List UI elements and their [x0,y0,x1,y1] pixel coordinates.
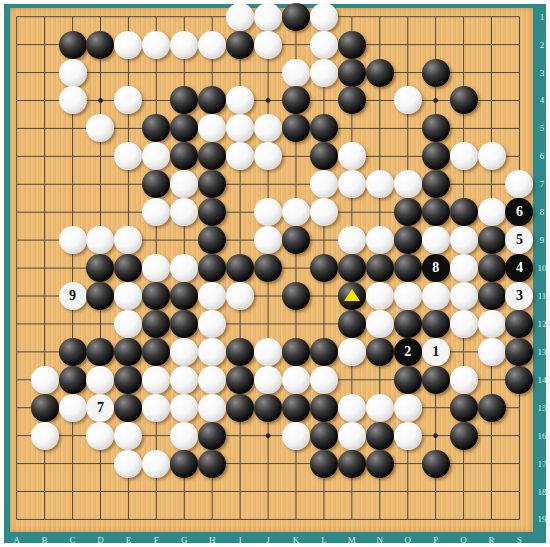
stone-black-P8[interactable] [422,198,450,226]
stone-white-Q11[interactable] [450,282,478,310]
stone-white-C4[interactable] [59,86,87,114]
move-number-label: 3 [505,282,533,310]
stone-black-O9[interactable] [394,226,422,254]
stone-white-P11[interactable] [422,282,450,310]
stone-white-M15[interactable] [338,394,366,422]
column-label-E: E [118,535,138,545]
stone-white-M16[interactable] [338,422,366,450]
row-label-16: 16 [534,431,550,441]
stone-white-Q12[interactable] [450,310,478,338]
stone-black-Q8[interactable] [450,198,478,226]
stone-black-P5[interactable] [422,114,450,142]
stone-black-O8[interactable] [394,198,422,226]
row-label-8: 8 [534,207,550,217]
stone-black-E14[interactable] [114,366,142,394]
stone-white-J1[interactable] [254,3,282,31]
move-number-label: 5 [505,226,533,254]
stone-white-C11[interactable]: 9 [59,282,87,310]
stone-black-Q16[interactable] [450,422,478,450]
stone-black-P14[interactable] [422,366,450,394]
stone-black-I15[interactable] [226,394,254,422]
row-label-4: 4 [534,95,550,105]
stone-white-K14[interactable] [282,366,310,394]
stone-black-I10[interactable] [226,254,254,282]
stone-white-K16[interactable] [282,422,310,450]
stone-white-G15[interactable] [170,394,198,422]
stone-white-J13[interactable] [254,338,282,366]
stone-black-O10[interactable] [394,254,422,282]
stone-black-H17[interactable] [198,450,226,478]
stone-white-Q14[interactable] [450,366,478,394]
stone-black-O12[interactable] [394,310,422,338]
column-label-K: K [286,535,306,545]
stone-black-B15[interactable] [31,394,59,422]
stone-black-E15[interactable] [114,394,142,422]
triangle-marker-icon [344,289,360,301]
row-label-10: 10 [534,263,550,273]
stone-white-C9[interactable] [59,226,87,254]
column-label-S: S [509,535,529,545]
stone-black-P10[interactable]: 8 [422,254,450,282]
stone-black-N10[interactable] [366,254,394,282]
stone-white-G14[interactable] [170,366,198,394]
stone-white-J9[interactable] [254,226,282,254]
stone-white-M9[interactable] [338,226,366,254]
move-number-label: 7 [86,394,114,422]
stone-black-R11[interactable] [478,282,506,310]
stone-white-N15[interactable] [366,394,394,422]
move-number-label: 4 [505,254,533,282]
row-label-11: 11 [534,291,550,301]
stone-black-M11[interactable] [338,282,366,310]
column-label-B: B [35,535,55,545]
row-label-19: 19 [534,514,550,524]
stone-white-G16[interactable] [170,422,198,450]
stone-black-Q4[interactable] [450,86,478,114]
stone-black-S8[interactable]: 6 [505,198,533,226]
stone-black-R15[interactable] [478,394,506,422]
stone-black-N13[interactable] [366,338,394,366]
stone-white-E2[interactable] [114,31,142,59]
stone-white-M13[interactable] [338,338,366,366]
column-label-G: G [174,535,194,545]
stone-white-L2[interactable] [310,31,338,59]
stone-black-G17[interactable] [170,450,198,478]
stone-white-D15[interactable]: 7 [86,394,114,422]
stone-white-Q6[interactable] [450,142,478,170]
stone-black-L15[interactable] [310,394,338,422]
stone-black-N16[interactable] [366,422,394,450]
column-label-O: O [398,535,418,545]
stone-black-C13[interactable] [59,338,87,366]
stone-white-P13[interactable]: 1 [422,338,450,366]
stone-white-D16[interactable] [86,422,114,450]
column-label-F: F [146,535,166,545]
stone-black-L17[interactable] [310,450,338,478]
stone-white-L8[interactable] [310,198,338,226]
stone-white-H12[interactable] [198,310,226,338]
stone-white-H14[interactable] [198,366,226,394]
row-label-9: 9 [534,235,550,245]
row-label-7: 7 [534,179,550,189]
stone-black-P6[interactable] [422,142,450,170]
stone-white-L7[interactable] [310,170,338,198]
stone-white-M7[interactable] [338,170,366,198]
stone-black-M2[interactable] [338,31,366,59]
stone-black-J10[interactable] [254,254,282,282]
row-label-12: 12 [534,319,550,329]
stone-black-N17[interactable] [366,450,394,478]
stone-white-Q10[interactable] [450,254,478,282]
stone-black-K15[interactable] [282,394,310,422]
stone-black-L16[interactable] [310,422,338,450]
stone-white-N9[interactable] [366,226,394,254]
stone-white-L3[interactable] [310,59,338,87]
stone-white-O7[interactable] [394,170,422,198]
stone-white-J2[interactable] [254,31,282,59]
stone-black-D2[interactable] [86,31,114,59]
column-label-A: A [7,535,27,545]
row-label-18: 18 [534,487,550,497]
stone-white-K8[interactable] [282,198,310,226]
stone-white-H11[interactable] [198,282,226,310]
stone-white-O16[interactable] [394,422,422,450]
stone-white-R6[interactable] [478,142,506,170]
column-label-L: L [314,535,334,545]
stone-black-M12[interactable] [338,310,366,338]
stone-black-P12[interactable] [422,310,450,338]
column-label-C: C [63,535,83,545]
stone-white-H15[interactable] [198,394,226,422]
go-app-window: 658493217 ABCDEFGHIJKLMNOPQRS12345678910… [0,0,550,547]
stone-black-L10[interactable] [310,254,338,282]
stone-white-N11[interactable] [366,282,394,310]
stone-black-R10[interactable] [478,254,506,282]
stone-white-I11[interactable] [226,282,254,310]
stone-black-G12[interactable] [170,310,198,338]
stone-black-O14[interactable] [394,366,422,394]
stone-black-H16[interactable] [198,422,226,450]
row-label-15: 15 [534,403,550,413]
stone-black-I14[interactable] [226,366,254,394]
stone-white-R8[interactable] [478,198,506,226]
stone-black-O13[interactable]: 2 [394,338,422,366]
stone-white-J14[interactable] [254,366,282,394]
stone-black-K1[interactable] [282,3,310,31]
stone-white-G2[interactable] [170,31,198,59]
stone-white-L1[interactable] [310,3,338,31]
stone-white-G13[interactable] [170,338,198,366]
stone-white-S11[interactable]: 3 [505,282,533,310]
move-number-label: 9 [59,282,87,310]
stone-white-F15[interactable] [142,394,170,422]
move-number-label: 6 [505,198,533,226]
move-number-label: 2 [394,338,422,366]
stone-white-L14[interactable] [310,366,338,394]
move-number-label: 1 [422,338,450,366]
stone-black-P17[interactable] [422,450,450,478]
stone-black-P7[interactable] [422,170,450,198]
column-label-Q: Q [454,535,474,545]
stone-white-K3[interactable] [282,59,310,87]
stone-black-I2[interactable] [226,31,254,59]
column-label-H: H [202,535,222,545]
column-label-J: J [258,535,278,545]
stone-black-P3[interactable] [422,59,450,87]
column-label-P: P [426,535,446,545]
stone-black-R9[interactable] [478,226,506,254]
stone-black-M10[interactable] [338,254,366,282]
stone-black-K9[interactable] [282,226,310,254]
move-number-label: 8 [422,254,450,282]
stone-white-F2[interactable] [142,31,170,59]
stone-white-S9[interactable]: 5 [505,226,533,254]
stone-white-E17[interactable] [114,450,142,478]
stone-white-E16[interactable] [114,422,142,450]
stone-black-C14[interactable] [59,366,87,394]
stone-black-M3[interactable] [338,59,366,87]
row-label-5: 5 [534,123,550,133]
stone-white-B14[interactable] [31,366,59,394]
stone-white-F14[interactable] [142,366,170,394]
stone-black-I13[interactable] [226,338,254,366]
stone-white-H13[interactable] [198,338,226,366]
stone-black-C2[interactable] [59,31,87,59]
stone-white-O11[interactable] [394,282,422,310]
stone-white-N12[interactable] [366,310,394,338]
stone-white-C15[interactable] [59,394,87,422]
row-label-3: 3 [534,68,550,78]
stone-white-P9[interactable] [422,226,450,254]
stone-white-Q9[interactable] [450,226,478,254]
row-label-2: 2 [534,40,550,50]
stone-black-M17[interactable] [338,450,366,478]
row-label-1: 1 [534,12,550,22]
stone-white-F17[interactable] [142,450,170,478]
stone-white-C3[interactable] [59,59,87,87]
row-label-13: 13 [534,347,550,357]
column-label-D: D [90,535,110,545]
column-label-R: R [482,535,502,545]
stone-black-N3[interactable] [366,59,394,87]
stone-black-J15[interactable] [254,394,282,422]
stone-white-I1[interactable] [226,3,254,31]
column-label-I: I [230,535,250,545]
row-label-14: 14 [534,375,550,385]
stone-white-R13[interactable] [478,338,506,366]
row-label-17: 17 [534,459,550,469]
stone-black-Q15[interactable] [450,394,478,422]
column-label-N: N [370,535,390,545]
stone-black-K11[interactable] [282,282,310,310]
stone-white-R12[interactable] [478,310,506,338]
column-label-M: M [342,535,362,545]
stone-white-B16[interactable] [31,422,59,450]
row-label-6: 6 [534,151,550,161]
stone-white-O15[interactable] [394,394,422,422]
stone-black-L13[interactable] [310,338,338,366]
stone-white-N7[interactable] [366,170,394,198]
stone-white-H2[interactable] [198,31,226,59]
stone-black-S10[interactable]: 4 [505,254,533,282]
stone-black-K13[interactable] [282,338,310,366]
